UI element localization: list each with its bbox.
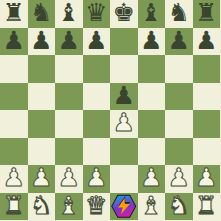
square-g6[interactable] <box>165 55 193 83</box>
square-e8[interactable]: ♚ <box>110 0 138 28</box>
square-c6[interactable] <box>55 55 83 83</box>
white-knight[interactable]: ♞ <box>30 193 52 218</box>
square-d2[interactable]: ♟ <box>83 165 111 193</box>
black-pawn[interactable]: ♟ <box>113 83 135 108</box>
square-f8[interactable]: ♝ <box>138 0 166 28</box>
square-a2[interactable]: ♟ <box>0 165 28 193</box>
square-h7[interactable]: ♟ <box>193 28 221 56</box>
square-d4[interactable] <box>83 110 111 138</box>
black-knight[interactable]: ♞ <box>30 0 52 25</box>
square-d6[interactable] <box>83 55 111 83</box>
square-b4[interactable] <box>28 110 56 138</box>
white-pawn[interactable]: ♟ <box>168 165 190 190</box>
white-knight[interactable]: ♞ <box>168 193 190 218</box>
black-pawn[interactable]: ♟ <box>85 28 107 53</box>
square-f4[interactable] <box>138 110 166 138</box>
black-pawn[interactable]: ♟ <box>30 28 52 53</box>
square-e4[interactable]: ♟ <box>110 110 138 138</box>
square-b3[interactable] <box>28 138 56 166</box>
square-a3[interactable] <box>0 138 28 166</box>
white-bishop[interactable]: ♝ <box>140 193 162 218</box>
square-a7[interactable]: ♟ <box>0 28 28 56</box>
square-c5[interactable] <box>55 83 83 111</box>
square-e1[interactable] <box>110 193 138 221</box>
black-pawn[interactable]: ♟ <box>168 28 190 53</box>
square-b1[interactable]: ♞ <box>28 193 56 221</box>
square-c2[interactable]: ♟ <box>55 165 83 193</box>
square-b6[interactable] <box>28 55 56 83</box>
square-g5[interactable] <box>165 83 193 111</box>
square-c1[interactable]: ♝ <box>55 193 83 221</box>
white-pawn[interactable]: ♟ <box>85 165 107 190</box>
square-e7[interactable] <box>110 28 138 56</box>
square-h6[interactable] <box>193 55 221 83</box>
white-queen[interactable]: ♛ <box>85 193 107 218</box>
black-pawn[interactable]: ♟ <box>58 28 80 53</box>
white-pawn[interactable]: ♟ <box>30 165 52 190</box>
black-bishop[interactable]: ♝ <box>140 0 162 25</box>
white-bishop[interactable]: ♝ <box>58 193 80 218</box>
black-bishop[interactable]: ♝ <box>58 0 80 25</box>
black-pawn[interactable]: ♟ <box>3 28 25 53</box>
lightning-bolt-icon <box>115 197 133 215</box>
white-rook[interactable]: ♜ <box>3 193 25 218</box>
black-rook[interactable]: ♜ <box>195 0 217 25</box>
square-c4[interactable] <box>55 110 83 138</box>
square-e3[interactable] <box>110 138 138 166</box>
square-b8[interactable]: ♞ <box>28 0 56 28</box>
square-h8[interactable]: ♜ <box>193 0 221 28</box>
square-h5[interactable] <box>193 83 221 111</box>
square-g3[interactable] <box>165 138 193 166</box>
white-pawn[interactable]: ♟ <box>3 165 25 190</box>
square-e5[interactable]: ♟ <box>110 83 138 111</box>
square-h1[interactable]: ♜ <box>193 193 221 221</box>
square-b7[interactable]: ♟ <box>28 28 56 56</box>
square-f1[interactable]: ♝ <box>138 193 166 221</box>
square-d8[interactable]: ♛ <box>83 0 111 28</box>
square-a4[interactable] <box>0 110 28 138</box>
square-a8[interactable]: ♜ <box>0 0 28 28</box>
square-c7[interactable]: ♟ <box>55 28 83 56</box>
square-f7[interactable]: ♟ <box>138 28 166 56</box>
square-f2[interactable]: ♟ <box>138 165 166 193</box>
square-h3[interactable] <box>193 138 221 166</box>
square-a6[interactable] <box>0 55 28 83</box>
square-g2[interactable]: ♟ <box>165 165 193 193</box>
white-pawn[interactable]: ♟ <box>113 110 135 135</box>
square-d3[interactable] <box>83 138 111 166</box>
square-f6[interactable] <box>138 55 166 83</box>
square-c8[interactable]: ♝ <box>55 0 83 28</box>
white-pawn[interactable]: ♟ <box>140 165 162 190</box>
square-e2[interactable] <box>110 165 138 193</box>
square-d1[interactable]: ♛ <box>83 193 111 221</box>
black-pawn[interactable]: ♟ <box>195 28 217 53</box>
black-rook[interactable]: ♜ <box>3 0 25 25</box>
square-f5[interactable] <box>138 83 166 111</box>
square-b2[interactable]: ♟ <box>28 165 56 193</box>
black-knight[interactable]: ♞ <box>168 0 190 25</box>
white-pawn[interactable]: ♟ <box>58 165 80 190</box>
white-pawn[interactable]: ♟ <box>195 165 217 190</box>
square-c3[interactable] <box>55 138 83 166</box>
square-e6[interactable] <box>110 55 138 83</box>
square-g4[interactable] <box>165 110 193 138</box>
black-queen[interactable]: ♛ <box>85 0 107 25</box>
square-b5[interactable] <box>28 83 56 111</box>
square-h4[interactable] <box>193 110 221 138</box>
square-a1[interactable]: ♜ <box>0 193 28 221</box>
lightning-badge[interactable] <box>111 194 136 219</box>
square-d7[interactable]: ♟ <box>83 28 111 56</box>
square-g8[interactable]: ♞ <box>165 0 193 28</box>
chess-board: ♜♞♝♛♚♝♞♜♟♟♟♟♟♟♟♟♟♟♟♟♟♟♟♟♜♞♝♛ ♝♞♜ <box>0 0 220 220</box>
lightning-badge-gradient <box>112 195 135 218</box>
square-a5[interactable] <box>0 83 28 111</box>
square-g1[interactable]: ♞ <box>165 193 193 221</box>
black-pawn[interactable]: ♟ <box>140 28 162 53</box>
square-d5[interactable] <box>83 83 111 111</box>
square-g7[interactable]: ♟ <box>165 28 193 56</box>
square-h2[interactable]: ♟ <box>193 165 221 193</box>
square-f3[interactable] <box>138 138 166 166</box>
black-king[interactable]: ♚ <box>113 0 135 25</box>
white-rook[interactable]: ♜ <box>195 193 217 218</box>
